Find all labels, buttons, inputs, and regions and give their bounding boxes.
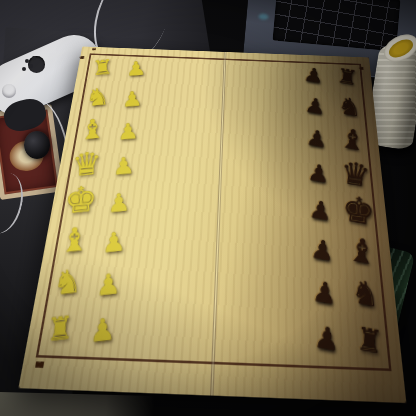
white-pawn-b2: ♟ <box>122 89 143 111</box>
photo-scene: ♜♞♝♛♚♝♞♜♟♟♟♟♟♟♟♟♟♟♟♟♟♟♟♟♜♞♝♛♚♝♞♜ 1234567… <box>0 0 416 416</box>
black-pawn-g7: ♟ <box>311 277 338 309</box>
black-pawn-c7: ♟ <box>305 127 328 152</box>
black-pawn-b7: ♟ <box>303 95 326 118</box>
black-rook-h8: ♜ <box>355 322 383 358</box>
white-bishop-f1: ♝ <box>59 223 89 258</box>
black-pawn-f7: ♟ <box>309 235 335 265</box>
white-knight-g1: ♞ <box>53 265 82 300</box>
laptop-keyboard <box>272 0 400 51</box>
black-pawn-h7: ♟ <box>313 321 340 356</box>
controller-stick-icon <box>2 84 16 98</box>
controller-dpad-icon <box>28 56 45 73</box>
white-bishop-c1: ♝ <box>79 116 106 145</box>
black-pawn-a7: ♟ <box>302 65 324 87</box>
black-pawn-e7: ♟ <box>307 197 332 225</box>
file-label-h: h <box>78 56 86 59</box>
white-pawn-e2: ♟ <box>108 190 131 217</box>
white-pawn-f2: ♟ <box>102 228 126 256</box>
white-rook-h1: ♜ <box>46 311 74 345</box>
white-pawn-g2: ♟ <box>97 269 122 300</box>
white-rook-a1: ♜ <box>92 57 113 78</box>
chess-board: ♜♞♝♛♚♝♞♜♟♟♟♟♟♟♟♟♟♟♟♟♟♟♟♟♜♞♝♛♚♝♞♜ 1234567… <box>18 46 406 403</box>
white-pawn-d2: ♟ <box>113 154 135 179</box>
rank-label-top-8: 8 <box>91 48 97 50</box>
black-queen-d8: ♛ <box>339 156 371 192</box>
black-king-e8: ♚ <box>341 191 376 231</box>
white-queen-d1: ♛ <box>72 147 102 181</box>
black-rook-a8: ♜ <box>336 66 358 89</box>
black-knight-b8: ♞ <box>337 94 363 121</box>
laptop-reflection <box>258 13 268 20</box>
black-bishop-f8: ♝ <box>346 233 377 270</box>
black-knight-g8: ♞ <box>350 275 380 313</box>
white-pawn-h2: ♟ <box>90 313 116 346</box>
black-bishop-c8: ♝ <box>338 125 366 156</box>
floor-edge <box>0 392 154 416</box>
file-label-right-h: h <box>358 67 365 70</box>
white-king-e1: ♚ <box>64 181 97 219</box>
white-pawn-a2: ♟ <box>126 59 147 79</box>
white-knight-b1: ♞ <box>85 85 109 110</box>
white-pawn-c2: ♟ <box>118 120 140 143</box>
black-pawn-d7: ♟ <box>306 161 330 187</box>
rank-label-8: 8 <box>33 361 47 368</box>
controller-buttons-icon <box>22 67 26 71</box>
